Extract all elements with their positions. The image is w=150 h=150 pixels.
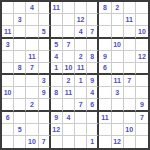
sudoku-cell-r5c11-empty[interactable] (124, 51, 136, 63)
sudoku-cell-r1c5-given[interactable]: 11 (51, 2, 63, 14)
sudoku-cell-r6c6-given[interactable]: 10 (63, 63, 75, 75)
sudoku-cell-r6c12-empty[interactable] (136, 63, 148, 75)
sudoku-cell-r3c2-empty[interactable] (14, 26, 26, 38)
sudoku-cell-r11c10-empty[interactable] (112, 124, 124, 136)
sudoku-cell-r12c10-given[interactable]: 12 (112, 136, 124, 148)
sudoku-cell-r1c6-empty[interactable] (63, 2, 75, 14)
sudoku-cell-r3c10-empty[interactable] (112, 26, 124, 38)
sudoku-cell-r2c4-empty[interactable] (39, 14, 51, 26)
sudoku-cell-r3c6-empty[interactable] (63, 26, 75, 38)
sudoku-cell-r7c2-empty[interactable] (14, 75, 26, 87)
sudoku-cell-r5c7-given[interactable]: 2 (75, 51, 87, 63)
sudoku-cell-r7c10-given[interactable]: 11 (112, 75, 124, 87)
sudoku-cell-r4c1-given[interactable]: 3 (2, 39, 14, 51)
sudoku-cell-r6c4-empty[interactable] (39, 63, 51, 75)
sudoku-cell-r8c7-empty[interactable] (75, 87, 87, 99)
sudoku-cell-r2c1-empty[interactable] (2, 14, 14, 26)
sudoku-board: 4118231211115471035710114289128711011632… (0, 0, 150, 150)
sudoku-cell-r5c1-empty[interactable] (2, 51, 14, 63)
sudoku-cell-r5c4-empty[interactable] (39, 51, 51, 63)
sudoku-cell-r7c7-given[interactable]: 1 (75, 75, 87, 87)
sudoku-cell-r2c3-empty[interactable] (26, 14, 38, 26)
sudoku-cell-r11c1-empty[interactable] (2, 124, 14, 136)
sudoku-cell-r2c2-given[interactable]: 3 (14, 14, 26, 26)
sudoku-cell-r4c5-given[interactable]: 5 (51, 39, 63, 51)
sudoku-cell-r7c6-given[interactable]: 2 (63, 75, 75, 87)
sudoku-cell-r6c3-given[interactable]: 7 (26, 63, 38, 75)
sudoku-cell-r2c10-empty[interactable] (112, 14, 124, 26)
sudoku-cell-r10c5-given[interactable]: 9 (51, 112, 63, 124)
sudoku-cell-r7c3-empty[interactable] (26, 75, 38, 87)
sudoku-cell-r12c4-given[interactable]: 7 (39, 136, 51, 148)
sudoku-cell-r1c2-empty[interactable] (14, 2, 26, 14)
sudoku-cell-r4c12-empty[interactable] (136, 39, 148, 51)
sudoku-cell-r6c11-empty[interactable] (124, 63, 136, 75)
sudoku-cell-r4c11-empty[interactable] (124, 39, 136, 51)
sudoku-cell-r10c4-empty[interactable] (39, 112, 51, 124)
sudoku-cell-r9c12-given[interactable]: 9 (136, 99, 148, 111)
sudoku-cell-r8c1-given[interactable]: 10 (2, 87, 14, 99)
sudoku-cell-r1c1-empty[interactable] (2, 2, 14, 14)
sudoku-cell-r12c12-empty[interactable] (136, 136, 148, 148)
sudoku-cell-r11c4-empty[interactable] (39, 124, 51, 136)
sudoku-cell-r12c9-empty[interactable] (99, 136, 111, 148)
sudoku-cell-r8c10-given[interactable]: 3 (112, 87, 124, 99)
sudoku-cell-r11c2-given[interactable]: 5 (14, 124, 26, 136)
sudoku-cell-r7c5-empty[interactable] (51, 75, 63, 87)
sudoku-cell-r1c4-empty[interactable] (39, 2, 51, 14)
sudoku-cell-r1c11-empty[interactable] (124, 2, 136, 14)
sudoku-cell-r4c2-empty[interactable] (14, 39, 26, 51)
sudoku-cell-r10c10-empty[interactable] (112, 112, 124, 124)
sudoku-cell-r1c8-empty[interactable] (87, 2, 99, 14)
sudoku-cell-r11c11-given[interactable]: 10 (124, 124, 136, 136)
sudoku-cell-r3c12-given[interactable]: 10 (136, 26, 148, 38)
sudoku-cell-r5c2-empty[interactable] (14, 51, 26, 63)
sudoku-cell-r4c9-empty[interactable] (99, 39, 111, 51)
sudoku-cell-r6c5-given[interactable]: 1 (51, 63, 63, 75)
sudoku-cell-r10c2-empty[interactable] (14, 112, 26, 124)
sudoku-cell-r9c8-given[interactable]: 6 (87, 99, 99, 111)
sudoku-cell-r4c7-empty[interactable] (75, 39, 87, 51)
sudoku-cell-r8c2-empty[interactable] (14, 87, 26, 99)
sudoku-cell-r5c9-given[interactable]: 9 (99, 51, 111, 63)
sudoku-cell-r3c11-empty[interactable] (124, 26, 136, 38)
sudoku-cell-r11c5-given[interactable]: 12 (51, 124, 63, 136)
sudoku-cell-r6c10-empty[interactable] (112, 63, 124, 75)
sudoku-cell-r3c8-given[interactable]: 7 (87, 26, 99, 38)
sudoku-cell-r12c2-empty[interactable] (14, 136, 26, 148)
sudoku-cell-r6c7-given[interactable]: 11 (75, 63, 87, 75)
sudoku-cell-r9c5-empty[interactable] (51, 99, 63, 111)
sudoku-cell-r3c9-empty[interactable] (99, 26, 111, 38)
sudoku-cell-r7c9-empty[interactable] (99, 75, 111, 87)
sudoku-cell-r5c8-given[interactable]: 8 (87, 51, 99, 63)
sudoku-cell-r5c5-given[interactable]: 4 (51, 51, 63, 63)
sudoku-cell-r12c8-given[interactable]: 1 (87, 136, 99, 148)
sudoku-cell-r8c4-given[interactable]: 9 (39, 87, 51, 99)
sudoku-cell-r8c12-empty[interactable] (136, 87, 148, 99)
sudoku-cell-r10c11-empty[interactable] (124, 112, 136, 124)
sudoku-cell-r6c1-empty[interactable] (2, 63, 14, 75)
sudoku-cell-r5c12-given[interactable]: 12 (136, 51, 148, 63)
sudoku-cell-r6c9-given[interactable]: 6 (99, 63, 111, 75)
sudoku-cell-r7c1-empty[interactable] (2, 75, 14, 87)
sudoku-cell-r12c1-empty[interactable] (2, 136, 14, 148)
sudoku-cell-r4c4-empty[interactable] (39, 39, 51, 51)
sudoku-cell-r1c10-given[interactable]: 2 (112, 2, 124, 14)
sudoku-cell-r3c4-given[interactable]: 5 (39, 26, 51, 38)
sudoku-cell-r4c6-given[interactable]: 7 (63, 39, 75, 51)
sudoku-cell-r2c7-given[interactable]: 12 (75, 14, 87, 26)
sudoku-cell-r11c9-empty[interactable] (99, 124, 111, 136)
sudoku-cell-r12c3-given[interactable]: 10 (26, 136, 38, 148)
sudoku-cell-r3c3-empty[interactable] (26, 26, 38, 38)
sudoku-cell-r2c5-empty[interactable] (51, 14, 63, 26)
sudoku-cell-r12c7-empty[interactable] (75, 136, 87, 148)
sudoku-cell-r5c3-given[interactable]: 11 (26, 51, 38, 63)
sudoku-cell-r12c6-empty[interactable] (63, 136, 75, 148)
sudoku-cell-r7c4-given[interactable]: 3 (39, 75, 51, 87)
sudoku-cell-r10c8-empty[interactable] (87, 112, 99, 124)
sudoku-cell-r9c3-given[interactable]: 2 (26, 99, 38, 111)
sudoku-cell-r2c8-empty[interactable] (87, 14, 99, 26)
sudoku-cell-r4c10-given[interactable]: 10 (112, 39, 124, 51)
sudoku-cell-r6c2-given[interactable]: 8 (14, 63, 26, 75)
sudoku-cell-r2c6-empty[interactable] (63, 14, 75, 26)
sudoku-cell-r5c10-empty[interactable] (112, 51, 124, 63)
sudoku-cell-r12c5-empty[interactable] (51, 136, 63, 148)
sudoku-cell-r9c11-empty[interactable] (124, 99, 136, 111)
sudoku-cell-r11c12-empty[interactable] (136, 124, 148, 136)
sudoku-cell-r10c6-given[interactable]: 4 (63, 112, 75, 124)
sudoku-cell-r9c6-empty[interactable] (63, 99, 75, 111)
sudoku-cell-r4c8-empty[interactable] (87, 39, 99, 51)
sudoku-cell-r6c8-empty[interactable] (87, 63, 99, 75)
sudoku-cell-r7c11-given[interactable]: 7 (124, 75, 136, 87)
sudoku-cell-r7c8-given[interactable]: 9 (87, 75, 99, 87)
sudoku-cell-r1c9-given[interactable]: 8 (99, 2, 111, 14)
sudoku-cell-r5c6-empty[interactable] (63, 51, 75, 63)
sudoku-cell-r9c7-given[interactable]: 7 (75, 99, 87, 111)
sudoku-cell-r8c8-given[interactable]: 4 (87, 87, 99, 99)
sudoku-cell-r8c5-given[interactable]: 8 (51, 87, 63, 99)
sudoku-cell-r11c3-empty[interactable] (26, 124, 38, 136)
sudoku-cell-r9c4-empty[interactable] (39, 99, 51, 111)
sudoku-cell-r11c8-empty[interactable] (87, 124, 99, 136)
sudoku-cell-r10c12-given[interactable]: 7 (136, 112, 148, 124)
sudoku-cell-r11c7-empty[interactable] (75, 124, 87, 136)
sudoku-cell-r8c11-empty[interactable] (124, 87, 136, 99)
sudoku-cell-r3c1-given[interactable]: 11 (2, 26, 14, 38)
sudoku-cell-r9c2-empty[interactable] (14, 99, 26, 111)
sudoku-cell-r4c3-empty[interactable] (26, 39, 38, 51)
sudoku-cell-r11c6-empty[interactable] (63, 124, 75, 136)
sudoku-cell-r8c9-empty[interactable] (99, 87, 111, 99)
sudoku-cell-r10c3-empty[interactable] (26, 112, 38, 124)
sudoku-cell-r1c3-given[interactable]: 4 (26, 2, 38, 14)
sudoku-cell-r8c6-given[interactable]: 11 (63, 87, 75, 99)
sudoku-cell-r7c12-empty[interactable] (136, 75, 148, 87)
sudoku-cell-r3c5-empty[interactable] (51, 26, 63, 38)
sudoku-cell-r10c7-empty[interactable] (75, 112, 87, 124)
sudoku-cell-r10c9-given[interactable]: 11 (99, 112, 111, 124)
sudoku-cell-r2c12-empty[interactable] (136, 14, 148, 26)
sudoku-cell-r10c1-given[interactable]: 6 (2, 112, 14, 124)
sudoku-cell-r9c10-empty[interactable] (112, 99, 124, 111)
sudoku-cell-r1c7-empty[interactable] (75, 2, 87, 14)
sudoku-cell-r9c1-empty[interactable] (2, 99, 14, 111)
sudoku-cell-r3c7-given[interactable]: 4 (75, 26, 87, 38)
sudoku-cell-r9c9-empty[interactable] (99, 99, 111, 111)
sudoku-cell-r8c3-empty[interactable] (26, 87, 38, 99)
sudoku-cell-r12c11-empty[interactable] (124, 136, 136, 148)
sudoku-cell-r1c12-empty[interactable] (136, 2, 148, 14)
sudoku-cell-r2c9-empty[interactable] (99, 14, 111, 26)
sudoku-cell-r2c11-given[interactable]: 11 (124, 14, 136, 26)
